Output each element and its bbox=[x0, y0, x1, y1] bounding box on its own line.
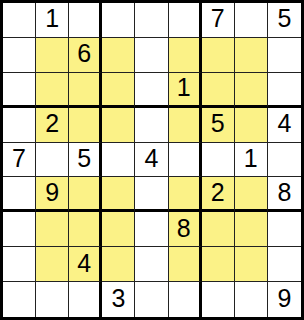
cell-r1c1[interactable] bbox=[3, 3, 36, 38]
cell-r7c4[interactable] bbox=[102, 212, 135, 247]
cell-r1c8[interactable] bbox=[235, 3, 268, 38]
given-digit: 5 bbox=[277, 6, 291, 31]
cell-r2c1[interactable] bbox=[3, 38, 36, 73]
cell-r7c3[interactable] bbox=[69, 212, 102, 247]
cell-r3c5[interactable] bbox=[135, 73, 168, 108]
cell-r8c8[interactable] bbox=[235, 247, 268, 282]
given-digit: 1 bbox=[177, 75, 191, 100]
cell-r3c2[interactable] bbox=[36, 73, 69, 108]
cell-r1c5[interactable] bbox=[135, 3, 168, 38]
cell-r8c7[interactable] bbox=[202, 247, 235, 282]
cell-r9c1[interactable] bbox=[3, 282, 36, 317]
cell-r4c1[interactable] bbox=[3, 108, 36, 143]
cell-r2c2[interactable] bbox=[36, 38, 69, 73]
given-digit: 9 bbox=[277, 286, 291, 311]
cell-r8c9[interactable] bbox=[268, 247, 301, 282]
cell-r7c9[interactable] bbox=[268, 212, 301, 247]
cell-r6c3[interactable] bbox=[69, 177, 102, 212]
cell-r8c6[interactable] bbox=[169, 247, 202, 282]
cell-r5c9[interactable] bbox=[268, 143, 301, 178]
cell-r1c4[interactable] bbox=[102, 3, 135, 38]
given-digit: 8 bbox=[277, 180, 291, 205]
cell-r9c2[interactable] bbox=[36, 282, 69, 317]
sudoku-board-container: 1756125475419288439 bbox=[0, 0, 304, 320]
cell-r9c9[interactable]: 9 bbox=[268, 282, 301, 317]
cell-r2c6[interactable] bbox=[169, 38, 202, 73]
cell-r7c8[interactable] bbox=[235, 212, 268, 247]
cell-r9c5[interactable] bbox=[135, 282, 168, 317]
cell-r7c1[interactable] bbox=[3, 212, 36, 247]
given-digit: 2 bbox=[211, 180, 225, 205]
cell-r3c4[interactable] bbox=[102, 73, 135, 108]
cell-r6c5[interactable] bbox=[135, 177, 168, 212]
cell-r4c4[interactable] bbox=[102, 108, 135, 143]
sudoku-board: 1756125475419288439 bbox=[0, 0, 304, 320]
cell-r3c9[interactable] bbox=[268, 73, 301, 108]
cell-r1c6[interactable] bbox=[169, 3, 202, 38]
cell-r8c2[interactable] bbox=[36, 247, 69, 282]
cell-r2c8[interactable] bbox=[235, 38, 268, 73]
cell-r9c7[interactable] bbox=[202, 282, 235, 317]
cell-r6c8[interactable] bbox=[235, 177, 268, 212]
cell-r8c5[interactable] bbox=[135, 247, 168, 282]
cell-r9c4[interactable]: 3 bbox=[102, 282, 135, 317]
given-digit: 1 bbox=[45, 6, 59, 31]
cell-r5c3[interactable]: 5 bbox=[69, 143, 102, 178]
cell-r1c7[interactable]: 7 bbox=[202, 3, 235, 38]
cell-r5c5[interactable]: 4 bbox=[135, 143, 168, 178]
cell-r8c4[interactable] bbox=[102, 247, 135, 282]
cell-r2c4[interactable] bbox=[102, 38, 135, 73]
cell-r6c9[interactable]: 8 bbox=[268, 177, 301, 212]
cell-r3c1[interactable] bbox=[3, 73, 36, 108]
cell-r9c3[interactable] bbox=[69, 282, 102, 317]
cell-r1c3[interactable] bbox=[69, 3, 102, 38]
cell-r6c2[interactable]: 9 bbox=[36, 177, 69, 212]
cell-r3c6[interactable]: 1 bbox=[169, 73, 202, 108]
cell-r5c7[interactable] bbox=[202, 143, 235, 178]
cell-r2c3[interactable]: 6 bbox=[69, 38, 102, 73]
cell-r6c1[interactable] bbox=[3, 177, 36, 212]
cell-r2c9[interactable] bbox=[268, 38, 301, 73]
cell-r1c9[interactable]: 5 bbox=[268, 3, 301, 38]
cell-r9c6[interactable] bbox=[169, 282, 202, 317]
cell-r4c9[interactable]: 4 bbox=[268, 108, 301, 143]
cell-r3c3[interactable] bbox=[69, 73, 102, 108]
cell-r1c2[interactable]: 1 bbox=[36, 3, 69, 38]
cell-r5c4[interactable] bbox=[102, 143, 135, 178]
cell-r2c5[interactable] bbox=[135, 38, 168, 73]
given-digit: 5 bbox=[77, 146, 91, 171]
cell-r6c6[interactable] bbox=[169, 177, 202, 212]
cell-r4c7[interactable]: 5 bbox=[202, 108, 235, 143]
cell-r6c7[interactable]: 2 bbox=[202, 177, 235, 212]
cell-r9c8[interactable] bbox=[235, 282, 268, 317]
cell-r5c6[interactable] bbox=[169, 143, 202, 178]
given-digit: 7 bbox=[12, 146, 26, 171]
given-digit: 6 bbox=[77, 41, 91, 66]
cell-r4c6[interactable] bbox=[169, 108, 202, 143]
given-digit: 5 bbox=[211, 111, 225, 136]
cell-r7c5[interactable] bbox=[135, 212, 168, 247]
given-digit: 4 bbox=[145, 146, 159, 171]
cell-r3c7[interactable] bbox=[202, 73, 235, 108]
given-digit: 7 bbox=[211, 6, 225, 31]
given-digit: 4 bbox=[77, 251, 91, 276]
given-digit: 1 bbox=[244, 146, 258, 171]
cell-r2c7[interactable] bbox=[202, 38, 235, 73]
given-digit: 2 bbox=[45, 111, 59, 136]
given-digit: 8 bbox=[177, 216, 191, 241]
cell-r4c5[interactable] bbox=[135, 108, 168, 143]
cell-r7c7[interactable] bbox=[202, 212, 235, 247]
cell-r8c3[interactable]: 4 bbox=[69, 247, 102, 282]
cell-r4c8[interactable] bbox=[235, 108, 268, 143]
cell-r6c4[interactable] bbox=[102, 177, 135, 212]
given-digit: 9 bbox=[45, 180, 59, 205]
cell-r5c8[interactable]: 1 bbox=[235, 143, 268, 178]
cell-r7c2[interactable] bbox=[36, 212, 69, 247]
given-digit: 4 bbox=[277, 111, 291, 136]
cell-r4c3[interactable] bbox=[69, 108, 102, 143]
cell-r8c1[interactable] bbox=[3, 247, 36, 282]
cell-r4c2[interactable]: 2 bbox=[36, 108, 69, 143]
cell-r5c2[interactable] bbox=[36, 143, 69, 178]
given-digit: 3 bbox=[111, 286, 125, 311]
cell-r7c6[interactable]: 8 bbox=[169, 212, 202, 247]
cell-r5c1[interactable]: 7 bbox=[3, 143, 36, 178]
cell-r3c8[interactable] bbox=[235, 73, 268, 108]
